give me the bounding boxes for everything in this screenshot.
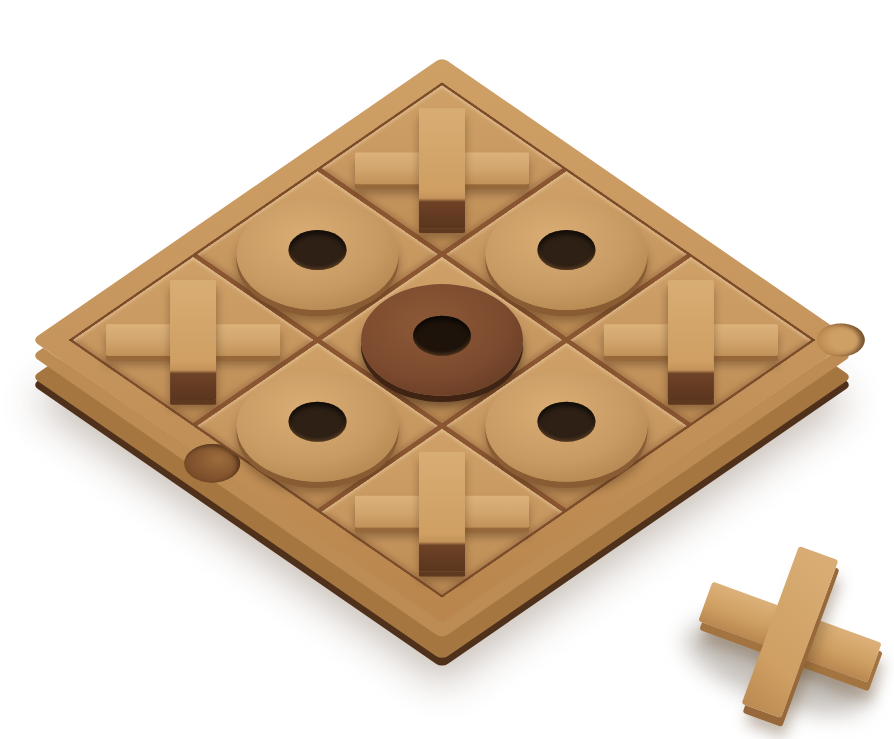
board-lift-notch	[807, 317, 875, 364]
product-photo-stage	[0, 0, 894, 739]
tic-tac-toe-board	[69, 82, 816, 597]
x-piece-vertical-arm	[668, 280, 714, 400]
o-piece-dark-walnut	[361, 284, 523, 396]
x-piece-vertical-arm	[419, 108, 465, 228]
o-piece-ring	[485, 370, 647, 482]
o-piece-ring	[237, 370, 399, 482]
x-piece-vertical-arm	[419, 452, 465, 572]
loose-x-piece[interactable]	[665, 516, 894, 739]
o-piece-ring	[485, 198, 647, 310]
o-piece-ring	[237, 198, 399, 310]
x-piece-vertical-arm	[170, 280, 216, 400]
